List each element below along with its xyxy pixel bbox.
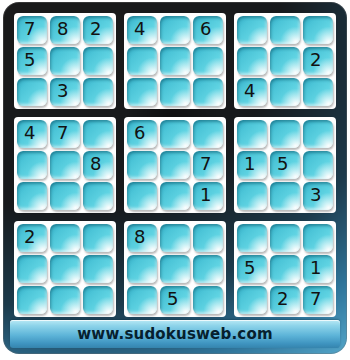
cell-r3c1[interactable] bbox=[17, 78, 47, 106]
cell-r7c7[interactable] bbox=[237, 224, 267, 252]
cell-r2c9[interactable]: 2 bbox=[303, 47, 333, 75]
cell-r4c9[interactable] bbox=[303, 120, 333, 148]
cell-r8c4[interactable] bbox=[127, 255, 157, 283]
cell-r1c9[interactable] bbox=[303, 16, 333, 44]
cell-r3c9[interactable] bbox=[303, 78, 333, 106]
cell-r6c5[interactable] bbox=[160, 182, 190, 210]
cell-r4c6[interactable] bbox=[193, 120, 223, 148]
cell-r2c2[interactable] bbox=[50, 47, 80, 75]
cell-r8c7[interactable]: 5 bbox=[237, 255, 267, 283]
cell-r2c4[interactable] bbox=[127, 47, 157, 75]
sudoku-board: 7825346244786711532855127 www.sudokusweb… bbox=[3, 2, 347, 354]
cell-r7c3[interactable] bbox=[83, 224, 113, 252]
cell-r9c8[interactable]: 2 bbox=[270, 286, 300, 314]
cell-r7c8[interactable] bbox=[270, 224, 300, 252]
cell-r4c8[interactable] bbox=[270, 120, 300, 148]
cell-r9c6[interactable] bbox=[193, 286, 223, 314]
cell-r9c1[interactable] bbox=[17, 286, 47, 314]
sudoku-grid: 7825346244786711532855127 bbox=[14, 13, 336, 317]
cell-r5c5[interactable] bbox=[160, 151, 190, 179]
cell-r6c9[interactable]: 3 bbox=[303, 182, 333, 210]
cell-r4c5[interactable] bbox=[160, 120, 190, 148]
cell-r2c1[interactable]: 5 bbox=[17, 47, 47, 75]
cell-r1c2[interactable]: 8 bbox=[50, 16, 80, 44]
cell-r9c7[interactable] bbox=[237, 286, 267, 314]
cell-r3c5[interactable] bbox=[160, 78, 190, 106]
cell-r9c9[interactable]: 7 bbox=[303, 286, 333, 314]
cell-r4c4[interactable]: 6 bbox=[127, 120, 157, 148]
cell-r8c5[interactable] bbox=[160, 255, 190, 283]
cell-r5c8[interactable]: 5 bbox=[270, 151, 300, 179]
cell-r5c3[interactable]: 8 bbox=[83, 151, 113, 179]
cell-r8c2[interactable] bbox=[50, 255, 80, 283]
box-3-1: 2 bbox=[14, 221, 116, 317]
cell-r8c6[interactable] bbox=[193, 255, 223, 283]
cell-r6c3[interactable] bbox=[83, 182, 113, 210]
box-1-3: 24 bbox=[234, 13, 336, 109]
cell-r4c2[interactable]: 7 bbox=[50, 120, 80, 148]
cell-r5c9[interactable] bbox=[303, 151, 333, 179]
site-url: www.sudokusweb.com bbox=[77, 325, 272, 343]
cell-r3c4[interactable] bbox=[127, 78, 157, 106]
cell-r5c4[interactable] bbox=[127, 151, 157, 179]
cell-r3c8[interactable] bbox=[270, 78, 300, 106]
cell-r8c1[interactable] bbox=[17, 255, 47, 283]
cell-r3c7[interactable]: 4 bbox=[237, 78, 267, 106]
cell-r4c3[interactable] bbox=[83, 120, 113, 148]
cell-r1c1[interactable]: 7 bbox=[17, 16, 47, 44]
cell-r7c2[interactable] bbox=[50, 224, 80, 252]
cell-r7c5[interactable] bbox=[160, 224, 190, 252]
cell-r2c6[interactable] bbox=[193, 47, 223, 75]
cell-r9c4[interactable] bbox=[127, 286, 157, 314]
cell-r2c7[interactable] bbox=[237, 47, 267, 75]
cell-r8c9[interactable]: 1 bbox=[303, 255, 333, 283]
cell-r3c3[interactable] bbox=[83, 78, 113, 106]
cell-r8c3[interactable] bbox=[83, 255, 113, 283]
cell-r6c1[interactable] bbox=[17, 182, 47, 210]
cell-r3c2[interactable]: 3 bbox=[50, 78, 80, 106]
cell-r7c1[interactable]: 2 bbox=[17, 224, 47, 252]
cell-r7c9[interactable] bbox=[303, 224, 333, 252]
cell-r1c7[interactable] bbox=[237, 16, 267, 44]
cell-r9c5[interactable]: 5 bbox=[160, 286, 190, 314]
page-background: 7825346244786711532855127 www.sudokusweb… bbox=[0, 0, 350, 360]
cell-r4c7[interactable] bbox=[237, 120, 267, 148]
cell-r2c5[interactable] bbox=[160, 47, 190, 75]
box-2-3: 153 bbox=[234, 117, 336, 213]
cell-r1c5[interactable] bbox=[160, 16, 190, 44]
cell-r5c2[interactable] bbox=[50, 151, 80, 179]
cell-r9c2[interactable] bbox=[50, 286, 80, 314]
cell-r6c6[interactable]: 1 bbox=[193, 182, 223, 210]
cell-r5c1[interactable] bbox=[17, 151, 47, 179]
box-1-2: 46 bbox=[124, 13, 226, 109]
box-2-1: 478 bbox=[14, 117, 116, 213]
cell-r1c6[interactable]: 6 bbox=[193, 16, 223, 44]
cell-r1c8[interactable] bbox=[270, 16, 300, 44]
cell-r6c4[interactable] bbox=[127, 182, 157, 210]
cell-r3c6[interactable] bbox=[193, 78, 223, 106]
box-3-2: 85 bbox=[124, 221, 226, 317]
footer-bar: www.sudokusweb.com bbox=[10, 320, 340, 348]
cell-r8c8[interactable] bbox=[270, 255, 300, 283]
cell-r7c4[interactable]: 8 bbox=[127, 224, 157, 252]
cell-r4c1[interactable]: 4 bbox=[17, 120, 47, 148]
box-2-2: 671 bbox=[124, 117, 226, 213]
cell-r5c6[interactable]: 7 bbox=[193, 151, 223, 179]
cell-r6c7[interactable] bbox=[237, 182, 267, 210]
cell-r1c3[interactable]: 2 bbox=[83, 16, 113, 44]
box-3-3: 5127 bbox=[234, 221, 336, 317]
cell-r6c8[interactable] bbox=[270, 182, 300, 210]
box-1-1: 78253 bbox=[14, 13, 116, 109]
cell-r1c4[interactable]: 4 bbox=[127, 16, 157, 44]
cell-r2c3[interactable] bbox=[83, 47, 113, 75]
cell-r9c3[interactable] bbox=[83, 286, 113, 314]
cell-r6c2[interactable] bbox=[50, 182, 80, 210]
cell-r2c8[interactable] bbox=[270, 47, 300, 75]
cell-r5c7[interactable]: 1 bbox=[237, 151, 267, 179]
cell-r7c6[interactable] bbox=[193, 224, 223, 252]
